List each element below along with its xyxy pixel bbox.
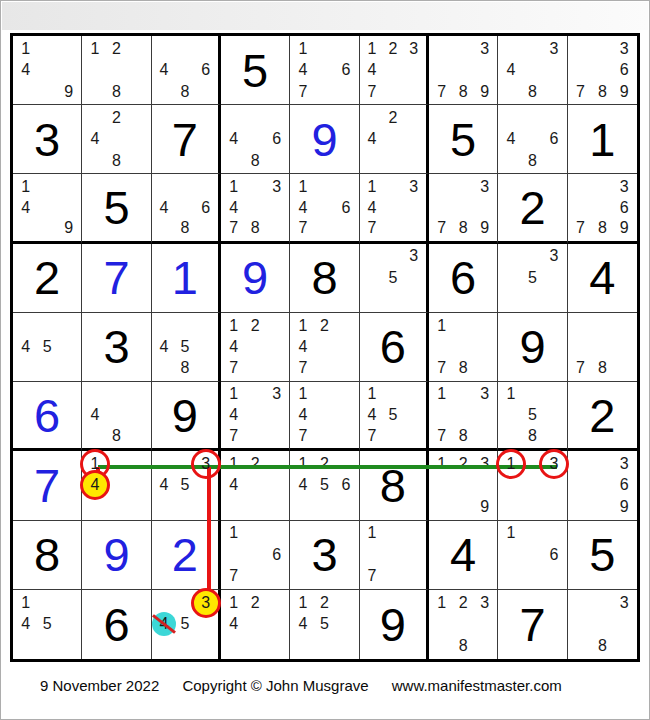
cell-r2c3[interactable]: 7 bbox=[152, 105, 221, 174]
candidate-slot-9 bbox=[266, 426, 287, 447]
cell-r6c8[interactable]: 158 bbox=[498, 382, 567, 451]
cell-r3c2[interactable]: 5 bbox=[82, 174, 151, 243]
candidate-slot-1: 1 bbox=[362, 176, 383, 197]
candidate-1: 1 bbox=[299, 455, 308, 473]
candidate-1: 1 bbox=[229, 524, 238, 542]
candidate-slot-4: 4 bbox=[84, 129, 105, 150]
cell-r7c3[interactable]: 345 bbox=[152, 451, 221, 520]
candidate-slot-4: 4 bbox=[223, 614, 244, 636]
candidate-slot-1 bbox=[154, 592, 175, 614]
cell-r9c4[interactable]: 124 bbox=[221, 590, 290, 659]
cell-r3c1[interactable]: 149 bbox=[13, 174, 82, 243]
candidate-grid: 178 bbox=[429, 313, 497, 381]
candidate-slot-6 bbox=[474, 336, 495, 357]
candidate-slot-7 bbox=[362, 150, 383, 171]
cell-r5c8[interactable]: 9 bbox=[498, 313, 567, 382]
cell-r4c5[interactable]: 8 bbox=[290, 244, 359, 313]
candidate-3: 3 bbox=[480, 178, 489, 196]
candidate-slot-3 bbox=[266, 592, 287, 614]
candidate-slot-6: 6 bbox=[266, 129, 287, 150]
cell-r6c2[interactable]: 48 bbox=[82, 382, 151, 451]
candidate-slot-9 bbox=[403, 565, 424, 586]
candidate-slot-4 bbox=[570, 475, 592, 496]
candidate-slot-8: 8 bbox=[452, 81, 473, 102]
cell-r2c7[interactable]: 5 bbox=[429, 105, 498, 174]
cell-r3c8[interactable]: 2 bbox=[498, 174, 567, 243]
cell-r1c3[interactable]: 468 bbox=[152, 36, 221, 105]
candidate-grid: 1347 bbox=[360, 174, 426, 240]
given-digit: 8 bbox=[380, 462, 406, 509]
candidate-slot-8 bbox=[314, 426, 335, 447]
candidate-4: 4 bbox=[21, 338, 30, 356]
candidate-3: 3 bbox=[409, 247, 418, 265]
candidate-slot-1: 1 bbox=[431, 315, 452, 336]
candidate-slot-5: 5 bbox=[522, 405, 543, 426]
candidate-slot-9 bbox=[195, 81, 216, 102]
candidate-slot-1: 1 bbox=[292, 38, 313, 59]
candidate-slot-1: 1 bbox=[431, 592, 452, 614]
candidate-slot-6 bbox=[127, 129, 148, 150]
candidate-slot-7 bbox=[500, 565, 521, 586]
candidate-slot-4 bbox=[223, 544, 244, 565]
given-digit: 5 bbox=[242, 47, 268, 94]
candidate-4: 4 bbox=[21, 199, 30, 217]
candidate-slot-5 bbox=[314, 197, 335, 218]
candidate-slot-9: 9 bbox=[613, 81, 635, 102]
candidate-4: 4 bbox=[91, 130, 100, 148]
candidate-slot-1: 1 bbox=[223, 453, 244, 474]
cell-r9c5[interactable]: 1245 bbox=[290, 590, 359, 659]
candidate-3: 3 bbox=[480, 385, 489, 403]
cell-r4c2[interactable]: 7 bbox=[82, 244, 151, 313]
candidate-7: 7 bbox=[576, 359, 585, 377]
cell-r3c4[interactable]: 13478 bbox=[221, 174, 290, 243]
candidate-slot-1: 1 bbox=[362, 523, 383, 544]
candidate-grid: 345 bbox=[152, 451, 218, 519]
candidate-slot-2 bbox=[522, 523, 543, 544]
given-digit: 1 bbox=[589, 116, 615, 163]
candidate-slot-9 bbox=[335, 218, 356, 239]
candidate-slot-3 bbox=[266, 107, 287, 128]
candidate-2: 2 bbox=[112, 109, 121, 127]
cell-r8c8[interactable]: 16 bbox=[498, 521, 567, 590]
cell-r6c1[interactable]: 6 bbox=[13, 382, 82, 451]
candidate-slot-8 bbox=[244, 496, 265, 517]
candidate-slot-5 bbox=[314, 405, 335, 426]
candidate-slot-5: 5 bbox=[36, 614, 57, 636]
candidate-4: 4 bbox=[368, 199, 377, 217]
candidate-slot-4: 4 bbox=[500, 59, 521, 80]
candidate-slot-9 bbox=[543, 496, 564, 517]
cell-r9c1[interactable]: 145 bbox=[13, 590, 82, 659]
candidate-slot-9 bbox=[474, 635, 495, 657]
cell-r5c6[interactable]: 6 bbox=[360, 313, 429, 382]
candidate-grid: 458 bbox=[152, 313, 218, 381]
candidate-slot-8 bbox=[314, 635, 335, 657]
candidate-slot-4: 4 bbox=[292, 336, 313, 357]
candidate-5: 5 bbox=[528, 269, 537, 287]
candidate-grid: 3789 bbox=[429, 36, 497, 104]
candidate-grid: 124 bbox=[221, 451, 289, 519]
cell-r8c3[interactable]: 2 bbox=[152, 521, 221, 590]
candidate-8: 8 bbox=[180, 83, 189, 101]
cell-r7c5[interactable]: 12456 bbox=[290, 451, 359, 520]
candidate-slot-1 bbox=[431, 176, 452, 197]
candidate-8: 8 bbox=[528, 427, 537, 445]
cell-r3c6[interactable]: 1347 bbox=[360, 174, 429, 243]
cell-r9c2[interactable]: 6 bbox=[82, 590, 151, 659]
cell-r5c5[interactable]: 1247 bbox=[290, 313, 359, 382]
cell-r4c9[interactable]: 4 bbox=[568, 244, 637, 313]
candidate-slot-2 bbox=[314, 384, 335, 405]
chain-node-yellow-3: 3 bbox=[195, 592, 216, 614]
cell-r5c7[interactable]: 178 bbox=[429, 313, 498, 382]
candidate-slot-4 bbox=[431, 197, 452, 218]
candidate-slot-6: 6 bbox=[335, 197, 356, 218]
candidate-5: 5 bbox=[320, 615, 329, 633]
candidate-grid: 1247 bbox=[221, 313, 289, 381]
candidate-slot-5 bbox=[452, 59, 473, 80]
cell-r9c6[interactable]: 9 bbox=[360, 590, 429, 659]
cell-r8c7[interactable]: 4 bbox=[429, 521, 498, 590]
candidate-1: 1 bbox=[21, 40, 30, 58]
candidate-slot-8 bbox=[522, 496, 543, 517]
candidate-1: 1 bbox=[229, 455, 238, 473]
cell-r1c1[interactable]: 149 bbox=[13, 36, 82, 105]
candidate-slot-9 bbox=[474, 426, 495, 447]
candidate-slot-5 bbox=[591, 614, 613, 636]
candidate-slot-2 bbox=[244, 523, 265, 544]
cell-r6c6[interactable]: 1457 bbox=[360, 382, 429, 451]
candidate-6: 6 bbox=[272, 130, 281, 148]
cell-r7c4[interactable]: 124 bbox=[221, 451, 290, 520]
candidate-slot-8: 8 bbox=[452, 426, 473, 447]
candidate-slot-5: 5 bbox=[174, 614, 195, 636]
candidate-slot-5 bbox=[382, 197, 403, 218]
candidate-5: 5 bbox=[43, 615, 52, 633]
cell-r7c6[interactable]: 8 bbox=[360, 451, 429, 520]
candidate-grid: 48 bbox=[82, 382, 150, 448]
cell-r3c5[interactable]: 1467 bbox=[290, 174, 359, 243]
candidate-slot-6 bbox=[403, 267, 424, 288]
candidate-8: 8 bbox=[459, 637, 468, 655]
candidate-slot-9 bbox=[127, 496, 148, 517]
candidate-7: 7 bbox=[576, 219, 585, 237]
candidate-slot-9 bbox=[543, 81, 564, 102]
candidate-slot-2 bbox=[314, 176, 335, 197]
candidate-4: 4 bbox=[299, 406, 308, 424]
cell-r2c5[interactable]: 9 bbox=[290, 105, 359, 174]
candidate-slot-9 bbox=[403, 150, 424, 171]
candidate-slot-8: 8 bbox=[106, 150, 127, 171]
candidate-slot-6: 6 bbox=[543, 129, 564, 150]
candidate-9: 9 bbox=[480, 498, 489, 516]
candidate-slot-4: 4 bbox=[15, 614, 36, 636]
cell-r3c3[interactable]: 468 bbox=[152, 174, 221, 243]
cell-r1c4[interactable]: 5 bbox=[221, 36, 290, 105]
candidate-slot-6: 6 bbox=[266, 544, 287, 565]
candidate-slot-2: 2 bbox=[314, 453, 335, 474]
candidate-1: 1 bbox=[437, 594, 446, 612]
candidate-8: 8 bbox=[251, 219, 260, 237]
candidate-slot-9 bbox=[195, 358, 216, 379]
given-digit: 8 bbox=[311, 254, 337, 301]
cell-r8c2[interactable]: 9 bbox=[82, 521, 151, 590]
candidate-9: 9 bbox=[64, 83, 73, 101]
cell-r1c6[interactable]: 12347 bbox=[360, 36, 429, 105]
candidate-slot-6: 6 bbox=[195, 59, 216, 80]
candidate-slot-7 bbox=[15, 218, 36, 239]
cell-r6c7[interactable]: 1378 bbox=[429, 382, 498, 451]
candidate-slot-6: 6 bbox=[613, 475, 635, 496]
candidate-slot-9 bbox=[543, 150, 564, 171]
cell-r4c6[interactable]: 35 bbox=[360, 244, 429, 313]
cell-r1c5[interactable]: 1467 bbox=[290, 36, 359, 105]
given-digit: 7 bbox=[172, 116, 198, 163]
candidate-slot-3: 3 bbox=[474, 384, 495, 405]
cell-r5c9[interactable]: 78 bbox=[568, 313, 637, 382]
candidate-6: 6 bbox=[341, 199, 350, 217]
candidate-slot-5 bbox=[591, 197, 613, 218]
candidate-slot-4 bbox=[570, 614, 592, 636]
chain-node-red-3: 3 bbox=[543, 453, 564, 474]
candidate-slot-7 bbox=[84, 81, 105, 102]
candidate-1: 1 bbox=[507, 524, 516, 542]
candidate-slot-2: 2 bbox=[106, 107, 127, 128]
footer-website: www.manifestmaster.com bbox=[392, 677, 562, 694]
candidate-5: 5 bbox=[320, 476, 329, 494]
candidate-grid: 149 bbox=[13, 36, 81, 104]
candidate-4: 4 bbox=[160, 61, 169, 79]
candidate-1: 1 bbox=[299, 317, 308, 335]
given-digit: 2 bbox=[519, 184, 545, 231]
cell-r5c2[interactable]: 3 bbox=[82, 313, 151, 382]
candidate-8: 8 bbox=[112, 83, 121, 101]
candidate-4: 4 bbox=[229, 406, 238, 424]
given-digit: 2 bbox=[34, 254, 60, 301]
candidate-slot-5 bbox=[522, 475, 543, 496]
candidate-grid: 145 bbox=[13, 590, 81, 659]
solved-digit: 6 bbox=[34, 392, 60, 439]
candidate-8: 8 bbox=[112, 152, 121, 170]
candidate-slot-5 bbox=[452, 475, 473, 496]
cell-r4c7[interactable]: 6 bbox=[429, 244, 498, 313]
candidate-slot-3: 3 bbox=[403, 246, 424, 267]
candidate-slot-4 bbox=[362, 267, 383, 288]
cell-r9c7[interactable]: 1238 bbox=[429, 590, 498, 659]
candidate-slot-6 bbox=[403, 405, 424, 426]
cell-r7c1[interactable]: 7 bbox=[13, 451, 82, 520]
candidate-7: 7 bbox=[437, 83, 446, 101]
candidate-slot-2: 2 bbox=[452, 453, 473, 474]
candidate-slot-4: 4 bbox=[292, 475, 313, 496]
cell-r4c3[interactable]: 1 bbox=[152, 244, 221, 313]
cell-r7c8[interactable]: 13 bbox=[498, 451, 567, 520]
cell-r5c4[interactable]: 1247 bbox=[221, 313, 290, 382]
candidate-slot-4: 4 bbox=[223, 129, 244, 150]
candidate-slot-7 bbox=[500, 150, 521, 171]
candidate-4: 4 bbox=[299, 199, 308, 217]
candidate-8: 8 bbox=[598, 219, 607, 237]
candidate-5: 5 bbox=[180, 476, 189, 494]
candidate-slot-5 bbox=[382, 59, 403, 80]
candidate-2: 2 bbox=[251, 317, 260, 335]
cell-r8c1[interactable]: 8 bbox=[13, 521, 82, 590]
cell-r1c8[interactable]: 348 bbox=[498, 36, 567, 105]
cell-r6c5[interactable]: 147 bbox=[290, 382, 359, 451]
candidate-slot-4: 4 bbox=[292, 197, 313, 218]
candidate-grid: 35 bbox=[498, 244, 566, 312]
candidate-slot-3 bbox=[127, 38, 148, 59]
cell-r1c2[interactable]: 128 bbox=[82, 36, 151, 105]
candidate-7: 7 bbox=[368, 567, 377, 585]
candidate-slot-8 bbox=[244, 426, 265, 447]
candidate-slot-8 bbox=[591, 496, 613, 517]
candidate-slot-1 bbox=[570, 453, 592, 474]
cell-r6c9[interactable]: 2 bbox=[568, 382, 637, 451]
candidate-slot-2 bbox=[174, 315, 195, 336]
cell-r2c9[interactable]: 1 bbox=[568, 105, 637, 174]
candidate-1: 1 bbox=[368, 524, 377, 542]
candidate-slot-6 bbox=[266, 475, 287, 496]
candidate-slot-9 bbox=[127, 81, 148, 102]
cell-r2c6[interactable]: 24 bbox=[360, 105, 429, 174]
cell-r3c7[interactable]: 3789 bbox=[429, 174, 498, 243]
cell-r8c6[interactable]: 17 bbox=[360, 521, 429, 590]
candidate-slot-6 bbox=[195, 336, 216, 357]
candidate-slot-5 bbox=[244, 405, 265, 426]
candidate-slot-2 bbox=[452, 315, 473, 336]
candidate-8: 8 bbox=[459, 83, 468, 101]
candidate-2: 2 bbox=[320, 317, 329, 335]
candidate-2: 2 bbox=[320, 594, 329, 612]
candidate-slot-6 bbox=[127, 475, 148, 496]
candidate-slot-8 bbox=[382, 565, 403, 586]
candidate-slot-8 bbox=[314, 218, 335, 239]
cell-r8c9[interactable]: 5 bbox=[568, 521, 637, 590]
candidate-slot-4 bbox=[362, 544, 383, 565]
candidate-3: 3 bbox=[409, 40, 418, 58]
candidate-slot-4: 4 bbox=[15, 197, 36, 218]
cell-r8c4[interactable]: 167 bbox=[221, 521, 290, 590]
candidate-slot-7 bbox=[154, 358, 175, 379]
candidate-slot-7: 7 bbox=[292, 81, 313, 102]
candidate-slot-2 bbox=[591, 592, 613, 614]
candidate-slot-3: 3 bbox=[403, 176, 424, 197]
candidate-slot-9 bbox=[613, 358, 635, 379]
cell-r6c4[interactable]: 1347 bbox=[221, 382, 290, 451]
candidate-6: 6 bbox=[620, 199, 629, 217]
cell-r5c3[interactable]: 458 bbox=[152, 313, 221, 382]
cell-r9c8[interactable]: 7 bbox=[498, 590, 567, 659]
candidate-7: 7 bbox=[229, 359, 238, 377]
candidate-6: 6 bbox=[201, 199, 210, 217]
cell-r8c5[interactable]: 3 bbox=[290, 521, 359, 590]
candidate-slot-6 bbox=[127, 405, 148, 426]
candidate-slot-3 bbox=[127, 107, 148, 128]
candidate-3: 3 bbox=[620, 178, 629, 196]
candidate-slot-5 bbox=[244, 475, 265, 496]
candidate-slot-7 bbox=[223, 150, 244, 171]
candidate-slot-3: 3 bbox=[474, 453, 495, 474]
candidate-slot-5 bbox=[591, 336, 613, 357]
solved-digit: 9 bbox=[311, 116, 337, 163]
cell-r7c2[interactable]: 14 bbox=[82, 451, 151, 520]
candidate-slot-3 bbox=[58, 38, 79, 59]
cell-r9c9[interactable]: 38 bbox=[568, 590, 637, 659]
cell-r2c2[interactable]: 248 bbox=[82, 105, 151, 174]
candidate-slot-5 bbox=[314, 336, 335, 357]
candidate-slot-1: 1 bbox=[431, 453, 452, 474]
candidate-slot-7 bbox=[570, 496, 592, 517]
cell-r9c3[interactable]: 345 bbox=[152, 590, 221, 659]
cell-r7c7[interactable]: 1239 bbox=[429, 451, 498, 520]
cell-r4c1[interactable]: 2 bbox=[13, 244, 82, 313]
candidate-slot-5 bbox=[174, 59, 195, 80]
candidate-slot-1 bbox=[223, 107, 244, 128]
candidate-3: 3 bbox=[272, 385, 281, 403]
candidate-slot-9 bbox=[335, 426, 356, 447]
candidate-slot-4 bbox=[84, 59, 105, 80]
cell-r5c1[interactable]: 45 bbox=[13, 313, 82, 382]
candidate-slot-5 bbox=[106, 59, 127, 80]
candidate-slot-9 bbox=[335, 635, 356, 657]
candidate-slot-6 bbox=[403, 544, 424, 565]
candidate-slot-5 bbox=[106, 129, 127, 150]
candidate-slot-7 bbox=[154, 81, 175, 102]
candidate-slot-6 bbox=[58, 336, 79, 357]
candidate-6: 6 bbox=[549, 130, 558, 148]
candidate-slot-9 bbox=[266, 565, 287, 586]
candidate-4: 4 bbox=[21, 615, 30, 633]
candidate-2: 2 bbox=[251, 594, 260, 612]
cell-r1c7[interactable]: 3789 bbox=[429, 36, 498, 105]
cell-r1c9[interactable]: 36789 bbox=[568, 36, 637, 105]
candidate-slot-7 bbox=[292, 496, 313, 517]
candidate-grid: 1457 bbox=[360, 382, 426, 448]
candidate-slot-1 bbox=[15, 315, 36, 336]
candidate-slot-3: 3 bbox=[613, 453, 635, 474]
cell-r2c1[interactable]: 3 bbox=[13, 105, 82, 174]
cell-r2c8[interactable]: 468 bbox=[498, 105, 567, 174]
candidate-grid: 348 bbox=[498, 36, 566, 104]
candidate-2: 2 bbox=[388, 40, 397, 58]
candidate-slot-3 bbox=[335, 384, 356, 405]
candidate-slot-8: 8 bbox=[452, 358, 473, 379]
candidate-slot-2 bbox=[314, 38, 335, 59]
candidate-slot-5: 5 bbox=[174, 336, 195, 357]
candidate-5: 5 bbox=[180, 615, 189, 633]
cell-r6c3[interactable]: 9 bbox=[152, 382, 221, 451]
candidate-slot-4: 4 bbox=[362, 405, 383, 426]
cell-r4c4[interactable]: 9 bbox=[221, 244, 290, 313]
cell-r4c8[interactable]: 35 bbox=[498, 244, 567, 313]
candidate-slot-9 bbox=[195, 635, 216, 657]
candidate-slot-1: 1 bbox=[500, 384, 521, 405]
candidate-slot-9 bbox=[543, 565, 564, 586]
candidate-slot-8: 8 bbox=[522, 150, 543, 171]
given-digit: 3 bbox=[103, 323, 129, 370]
candidate-grid: 14 bbox=[82, 451, 150, 519]
candidate-1: 1 bbox=[299, 40, 308, 58]
cell-r2c4[interactable]: 468 bbox=[221, 105, 290, 174]
candidate-slot-6 bbox=[266, 614, 287, 636]
cell-r7c9[interactable]: 369 bbox=[568, 451, 637, 520]
candidate-6: 6 bbox=[620, 476, 629, 494]
candidate-slot-1 bbox=[570, 315, 592, 336]
candidate-slot-9 bbox=[58, 358, 79, 379]
cell-r3c9[interactable]: 36789 bbox=[568, 174, 637, 243]
